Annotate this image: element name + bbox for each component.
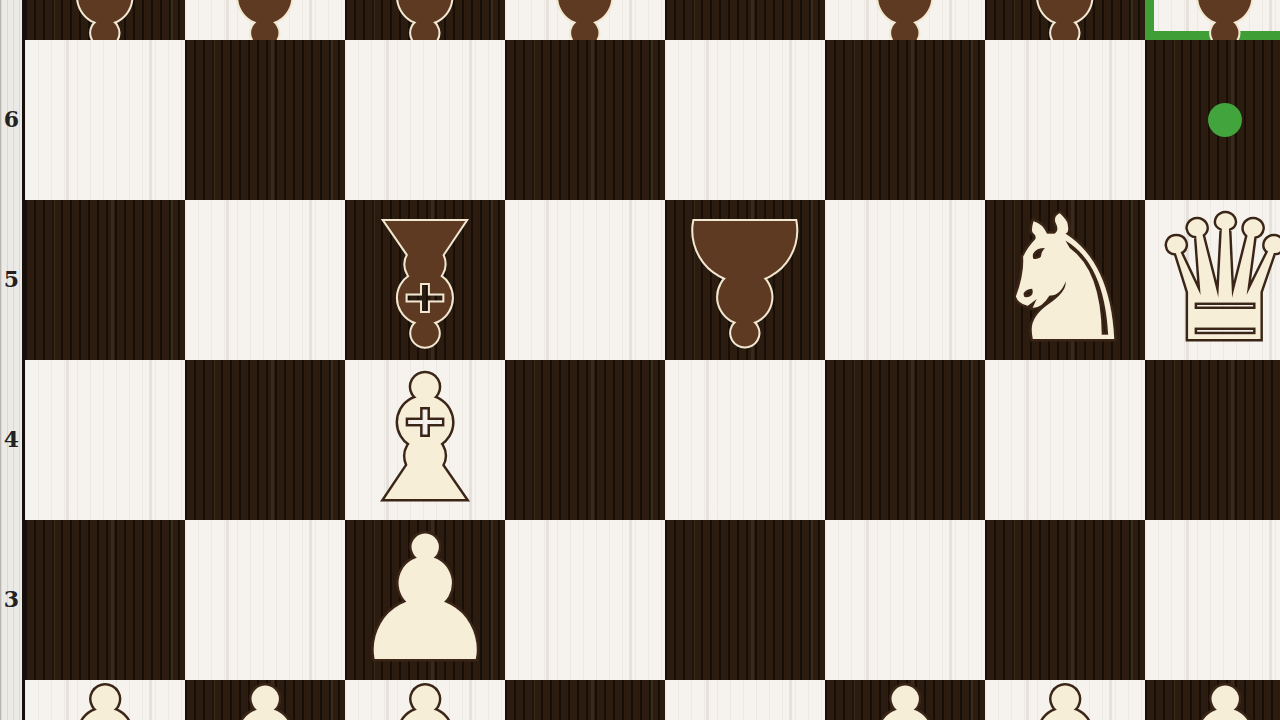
square-g6[interactable]: [985, 40, 1145, 200]
piece-white-pawn-h2[interactable]: ♟: [1145, 672, 1280, 720]
piece-white-queen-h5[interactable]: ♛: [1145, 200, 1280, 360]
rank-label-6: 6: [0, 106, 19, 132]
square-f6[interactable]: [825, 40, 985, 200]
square-c7[interactable]: ♟: [345, 0, 505, 40]
square-g7[interactable]: ♟: [985, 0, 1145, 40]
square-f4[interactable]: [825, 360, 985, 520]
square-b5[interactable]: [185, 200, 345, 360]
square-b4[interactable]: [185, 360, 345, 520]
piece-white-pawn-a2[interactable]: ♟: [25, 672, 185, 720]
square-b7[interactable]: ♟: [185, 0, 345, 40]
square-d3[interactable]: [505, 520, 665, 680]
chess-app-frame: ♟♟♟♟♟♟♟♝♟♞♛♝♟♟♟♟♟♟♟ 6 5 4 3: [0, 0, 1280, 720]
square-d2[interactable]: [505, 680, 665, 720]
rank-coordinates-strip: 6 5 4 3: [0, 0, 25, 720]
square-a7[interactable]: ♟: [25, 0, 185, 40]
square-f2[interactable]: ♟: [825, 680, 985, 720]
square-d6[interactable]: [505, 40, 665, 200]
square-d5[interactable]: [505, 200, 665, 360]
square-h2[interactable]: ♟: [1145, 680, 1280, 720]
square-f7[interactable]: ♟: [825, 0, 985, 40]
rank-label-5: 5: [0, 266, 19, 292]
square-c6[interactable]: [345, 40, 505, 200]
chessboard-grid: ♟♟♟♟♟♟♟♝♟♞♛♝♟♟♟♟♟♟♟: [25, 0, 1280, 720]
square-g4[interactable]: [985, 360, 1145, 520]
square-c5[interactable]: ♝: [345, 200, 505, 360]
piece-white-knight-g5[interactable]: ♞: [985, 200, 1145, 360]
square-g2[interactable]: ♟: [985, 680, 1145, 720]
square-f5[interactable]: [825, 200, 985, 360]
rank-label-3: 3: [0, 586, 19, 612]
square-b2[interactable]: ♟: [185, 680, 345, 720]
piece-white-pawn-g2[interactable]: ♟: [985, 672, 1145, 720]
legal-move-dot[interactable]: [1208, 103, 1242, 137]
square-c4[interactable]: ♝: [345, 360, 505, 520]
square-g5[interactable]: ♞: [985, 200, 1145, 360]
square-b6[interactable]: [185, 40, 345, 200]
square-h5[interactable]: ♛: [1145, 200, 1280, 360]
square-d7[interactable]: ♟: [505, 0, 665, 40]
square-a6[interactable]: [25, 40, 185, 200]
square-e2[interactable]: [665, 680, 825, 720]
square-a4[interactable]: [25, 360, 185, 520]
square-a2[interactable]: ♟: [25, 680, 185, 720]
piece-white-pawn-f2[interactable]: ♟: [825, 672, 985, 720]
square-e4[interactable]: [665, 360, 825, 520]
square-a5[interactable]: [25, 200, 185, 360]
square-h4[interactable]: [1145, 360, 1280, 520]
square-e7[interactable]: [665, 0, 825, 40]
square-d4[interactable]: [505, 360, 665, 520]
square-e5[interactable]: ♟: [665, 200, 825, 360]
square-h6[interactable]: [1145, 40, 1280, 200]
square-e6[interactable]: [665, 40, 825, 200]
piece-white-pawn-b2[interactable]: ♟: [185, 672, 345, 720]
square-e3[interactable]: [665, 520, 825, 680]
piece-white-pawn-c2[interactable]: ♟: [345, 672, 505, 720]
piece-black-pawn-e5[interactable]: ♟: [665, 200, 825, 360]
square-h7[interactable]: ♟: [1145, 0, 1280, 40]
piece-white-bishop-c4[interactable]: ♝: [345, 360, 505, 520]
rank-label-4: 4: [0, 426, 19, 452]
square-c2[interactable]: ♟: [345, 680, 505, 720]
piece-black-bishop-c5[interactable]: ♝: [345, 200, 505, 360]
